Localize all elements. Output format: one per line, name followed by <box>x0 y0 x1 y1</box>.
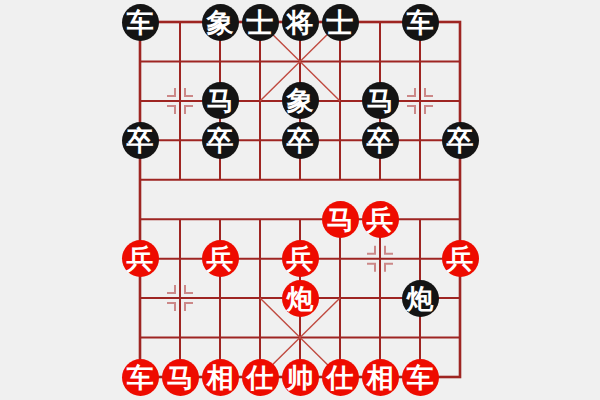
piece-black-卒-c4r3[interactable]: 卒 <box>282 122 319 159</box>
piece-black-士-c5r0[interactable]: 士 <box>322 4 359 41</box>
xiangqi-board: 车象士将士车马象马卒卒卒卒卒炮马兵兵兵兵兵炮车马相仕帅仕相车 <box>0 0 600 400</box>
pieces-layer: 车象士将士车马象马卒卒卒卒卒炮马兵兵兵兵兵炮车马相仕帅仕相车 <box>0 0 600 400</box>
piece-black-马-c2r2[interactable]: 马 <box>202 82 239 119</box>
piece-red-兵-c4r6[interactable]: 兵 <box>282 240 319 277</box>
piece-black-车-c0r0[interactable]: 车 <box>122 4 159 41</box>
piece-red-炮-c4r7[interactable]: 炮 <box>282 280 319 317</box>
piece-red-马-c5r5[interactable]: 马 <box>322 201 359 238</box>
piece-red-车-c7r9[interactable]: 车 <box>402 359 439 396</box>
piece-red-帅-c4r9[interactable]: 帅 <box>282 359 319 396</box>
piece-red-仕-c3r9[interactable]: 仕 <box>242 359 279 396</box>
piece-red-兵-c2r6[interactable]: 兵 <box>202 240 239 277</box>
piece-black-炮-c7r7[interactable]: 炮 <box>402 280 439 317</box>
piece-red-相-c2r9[interactable]: 相 <box>202 359 239 396</box>
piece-red-兵-c6r5[interactable]: 兵 <box>362 201 399 238</box>
piece-black-将-c4r0[interactable]: 将 <box>282 4 319 41</box>
piece-black-卒-c8r3[interactable]: 卒 <box>442 122 479 159</box>
piece-black-车-c7r0[interactable]: 车 <box>402 4 439 41</box>
piece-red-兵-c0r6[interactable]: 兵 <box>122 240 159 277</box>
piece-red-车-c0r9[interactable]: 车 <box>122 359 159 396</box>
piece-black-士-c3r0[interactable]: 士 <box>242 4 279 41</box>
piece-black-象-c2r0[interactable]: 象 <box>202 4 239 41</box>
piece-red-兵-c8r6[interactable]: 兵 <box>442 240 479 277</box>
piece-red-仕-c5r9[interactable]: 仕 <box>322 359 359 396</box>
piece-black-卒-c0r3[interactable]: 卒 <box>122 122 159 159</box>
piece-black-马-c6r2[interactable]: 马 <box>362 82 399 119</box>
piece-black-象-c4r2[interactable]: 象 <box>282 82 319 119</box>
piece-red-相-c6r9[interactable]: 相 <box>362 359 399 396</box>
piece-red-马-c1r9[interactable]: 马 <box>162 359 199 396</box>
piece-black-卒-c6r3[interactable]: 卒 <box>362 122 399 159</box>
piece-black-卒-c2r3[interactable]: 卒 <box>202 122 239 159</box>
